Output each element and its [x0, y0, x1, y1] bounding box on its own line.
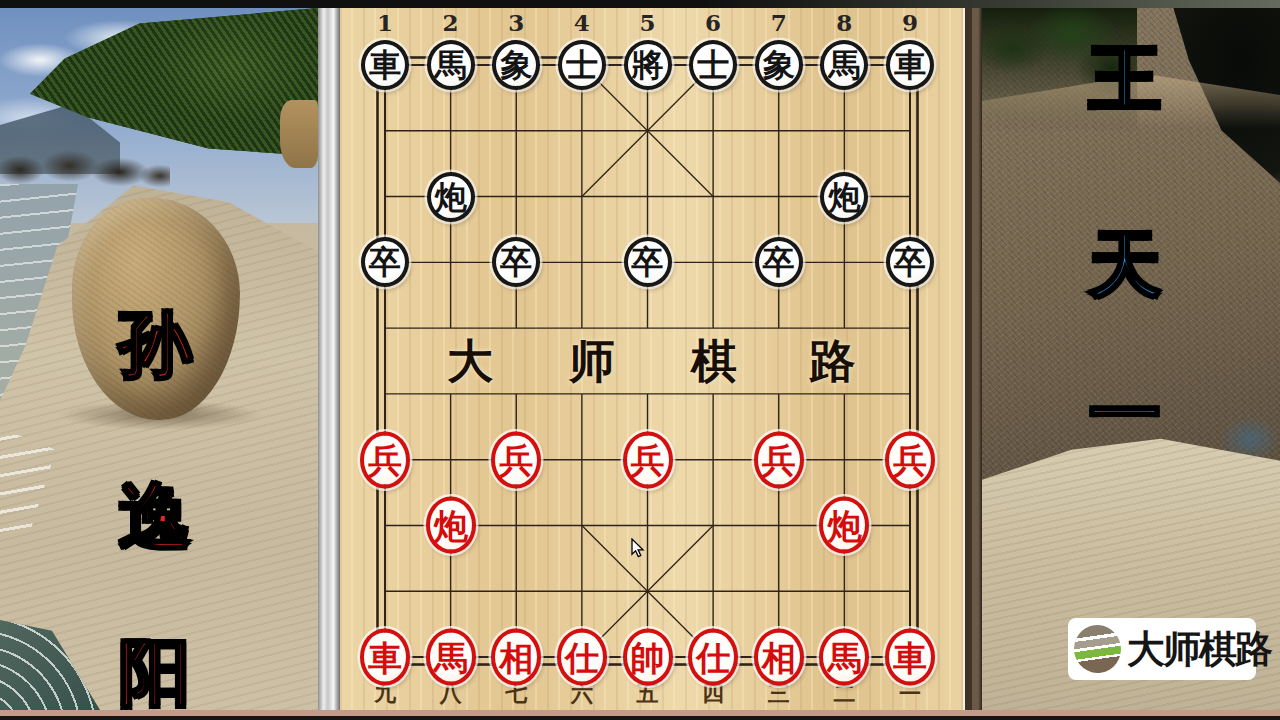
- right-separator: [963, 8, 982, 710]
- piece-red-general[interactable]: 帥: [623, 629, 673, 686]
- piece-red-chariot[interactable]: 車: [360, 629, 410, 686]
- file-label-top: 2: [443, 9, 459, 36]
- file-label-top: 6: [705, 9, 721, 36]
- piece-red-horse[interactable]: 馬: [426, 629, 476, 686]
- video-frame: 孙逸阳 123456789 九八七六五四三二一 大师棋路 車馬象士將士象馬車炮炮…: [0, 0, 1280, 720]
- piece-red-soldier[interactable]: 兵: [885, 431, 935, 488]
- piece-black-chariot[interactable]: 車: [361, 40, 409, 90]
- piece-red-soldier[interactable]: 兵: [360, 431, 410, 488]
- piece-red-cannon[interactable]: 炮: [426, 497, 476, 554]
- piece-black-chariot[interactable]: 車: [886, 40, 934, 90]
- piece-black-soldier[interactable]: 卒: [361, 237, 409, 287]
- piece-red-horse[interactable]: 馬: [819, 629, 869, 686]
- top-frame-bar: [0, 0, 1280, 8]
- piece-red-soldier[interactable]: 兵: [623, 431, 673, 488]
- brand-logo: 大师棋路: [1068, 618, 1256, 680]
- brand-text: 大师棋路: [1127, 624, 1271, 675]
- piece-red-elephant[interactable]: 相: [491, 629, 541, 686]
- player-name-char: 孙: [118, 308, 192, 380]
- piece-black-soldier[interactable]: 卒: [624, 237, 672, 287]
- left-separator: [318, 8, 340, 710]
- right-photo-panel: 王天一 大师棋路: [982, 8, 1280, 710]
- board-grid[interactable]: [340, 8, 963, 710]
- file-label-top: 1: [377, 9, 393, 36]
- rock-outcrop: [280, 100, 318, 168]
- piece-red-advisor[interactable]: 仕: [557, 629, 607, 686]
- globe-icon: [1071, 622, 1124, 676]
- piece-red-chariot[interactable]: 車: [885, 629, 935, 686]
- file-label-top: 5: [639, 9, 655, 36]
- player-name-char: 王: [1088, 42, 1162, 114]
- file-label-top: 7: [771, 9, 787, 36]
- piece-black-advisor[interactable]: 士: [689, 40, 737, 90]
- piece-black-soldier[interactable]: 卒: [886, 237, 934, 287]
- river-text-char: 大: [447, 331, 493, 393]
- file-label-top: 3: [508, 9, 524, 36]
- piece-black-elephant[interactable]: 象: [755, 40, 803, 90]
- piece-black-advisor[interactable]: 士: [558, 40, 606, 90]
- piece-red-advisor[interactable]: 仕: [688, 629, 738, 686]
- piece-black-horse[interactable]: 馬: [427, 40, 475, 90]
- piece-black-cannon[interactable]: 炮: [820, 172, 868, 222]
- file-label-top: 9: [902, 9, 918, 36]
- piece-black-soldier[interactable]: 卒: [492, 237, 540, 287]
- player-name-char: 阳: [118, 636, 192, 708]
- river-text-char: 师: [569, 331, 615, 393]
- piece-black-horse[interactable]: 馬: [820, 40, 868, 90]
- piece-red-elephant[interactable]: 相: [754, 629, 804, 686]
- player-name-char: 天: [1088, 228, 1162, 300]
- mouse-cursor-icon: [631, 538, 647, 560]
- piece-red-soldier[interactable]: 兵: [491, 431, 541, 488]
- piece-red-cannon[interactable]: 炮: [819, 497, 869, 554]
- board-panel[interactable]: 123456789 九八七六五四三二一 大师棋路 車馬象士將士象馬車炮炮卒卒卒卒…: [340, 8, 963, 710]
- player-name-char: 逸: [118, 480, 192, 552]
- file-label-top: 4: [574, 9, 590, 36]
- river-text-char: 路: [809, 331, 855, 393]
- player-name-char: 一: [1088, 378, 1162, 450]
- piece-black-general[interactable]: 將: [624, 40, 672, 90]
- piece-black-elephant[interactable]: 象: [492, 40, 540, 90]
- file-label-top: 8: [836, 9, 852, 36]
- river-text-char: 棋: [691, 331, 737, 393]
- bottom-frame-bar: [0, 710, 1280, 720]
- left-photo-panel: 孙逸阳: [0, 8, 318, 710]
- piece-red-soldier[interactable]: 兵: [754, 431, 804, 488]
- piece-black-soldier[interactable]: 卒: [755, 237, 803, 287]
- piece-black-cannon[interactable]: 炮: [427, 172, 475, 222]
